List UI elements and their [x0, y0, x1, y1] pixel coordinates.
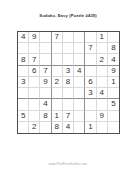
cell-r1c9 — [108, 32, 119, 43]
cell-r7c1 — [18, 99, 29, 110]
cell-r4c2: 6 — [29, 66, 40, 77]
cell-r9c8 — [97, 122, 108, 133]
sudoku-page: Sudoku, Easy (Puzzle #439) 4971788724673… — [0, 0, 136, 176]
cell-r6c6 — [74, 88, 85, 99]
puzzle-title: Sudoku, Easy (Puzzle #439) — [0, 13, 136, 18]
cell-r6c2 — [29, 88, 40, 99]
cell-r6c4 — [52, 88, 63, 99]
cell-r5c9: 1 — [108, 77, 119, 88]
cell-r5c2 — [29, 77, 40, 88]
cell-r8c7 — [85, 111, 96, 122]
cell-r1c2: 9 — [29, 32, 40, 43]
cell-r9c3 — [40, 122, 51, 133]
cell-r2c1 — [18, 43, 29, 54]
cell-r7c7 — [85, 99, 96, 110]
cell-r6c7: 3 — [85, 88, 96, 99]
cell-r5c3: 9 — [40, 77, 51, 88]
cell-r6c1 — [18, 88, 29, 99]
cell-r4c8 — [97, 66, 108, 77]
cell-r3c2: 7 — [29, 54, 40, 65]
cell-r8c3: 8 — [40, 111, 51, 122]
cell-r5c7: 6 — [85, 77, 96, 88]
cell-r7c3: 4 — [40, 99, 51, 110]
cell-r1c4: 7 — [52, 32, 63, 43]
cell-r8c1: 5 — [18, 111, 29, 122]
cell-r1c8: 1 — [97, 32, 108, 43]
cell-r8c4: 1 — [52, 111, 63, 122]
cell-r7c6 — [74, 99, 85, 110]
cell-r2c2 — [29, 43, 40, 54]
cell-r7c4 — [52, 99, 63, 110]
cell-r9c2: 2 — [29, 122, 40, 133]
cell-r2c3 — [40, 43, 51, 54]
cell-r4c1 — [18, 66, 29, 77]
cell-r3c7 — [85, 54, 96, 65]
cell-r1c3 — [40, 32, 51, 43]
cell-r8c9 — [108, 111, 119, 122]
cell-r4c9: 9 — [108, 66, 119, 77]
cell-r2c7: 7 — [85, 43, 96, 54]
cell-r4c7 — [85, 66, 96, 77]
cell-r7c8 — [97, 99, 108, 110]
cell-r3c8: 2 — [97, 54, 108, 65]
cell-r1c1: 4 — [18, 32, 29, 43]
cell-r8c2 — [29, 111, 40, 122]
cell-r1c7 — [85, 32, 96, 43]
cell-r7c2 — [29, 99, 40, 110]
cell-r9c9 — [108, 122, 119, 133]
cell-r9c6 — [74, 122, 85, 133]
cell-r3c5 — [63, 54, 74, 65]
cell-r9c7: 1 — [85, 122, 96, 133]
cell-r2c5 — [63, 43, 74, 54]
cell-r2c4 — [52, 43, 63, 54]
cell-r4c4 — [52, 66, 63, 77]
cell-r3c1: 8 — [18, 54, 29, 65]
cell-r9c4: 8 — [52, 122, 63, 133]
cell-r5c5: 8 — [63, 77, 74, 88]
cell-r6c5 — [63, 88, 74, 99]
cell-r9c1 — [18, 122, 29, 133]
cell-r6c3 — [40, 88, 51, 99]
cell-r2c8 — [97, 43, 108, 54]
cell-r2c6 — [74, 43, 85, 54]
cell-r6c8: 4 — [97, 88, 108, 99]
cell-r3c6 — [74, 54, 85, 65]
cell-r2c9: 8 — [108, 43, 119, 54]
cell-r3c4 — [52, 54, 63, 65]
cell-r8c8: 9 — [97, 111, 108, 122]
cell-r7c9: 5 — [108, 99, 119, 110]
cell-r3c9: 4 — [108, 54, 119, 65]
cell-r5c4: 2 — [52, 77, 63, 88]
cell-r6c9 — [108, 88, 119, 99]
cell-r1c6 — [74, 32, 85, 43]
sudoku-board: 4971788724673493928613445581792841 — [17, 31, 120, 134]
cell-r1c5 — [63, 32, 74, 43]
cell-r4c5: 3 — [63, 66, 74, 77]
cell-r5c8 — [97, 77, 108, 88]
cell-r5c1: 3 — [18, 77, 29, 88]
cell-r9c5: 4 — [63, 122, 74, 133]
footer-url: www.PrintFreeSudoku.com — [0, 162, 136, 166]
cell-r3c3 — [40, 54, 51, 65]
cell-r5c6 — [74, 77, 85, 88]
cell-r8c5: 7 — [63, 111, 74, 122]
cell-r8c6 — [74, 111, 85, 122]
cell-r7c5 — [63, 99, 74, 110]
cell-r4c6: 4 — [74, 66, 85, 77]
cell-r4c3: 7 — [40, 66, 51, 77]
